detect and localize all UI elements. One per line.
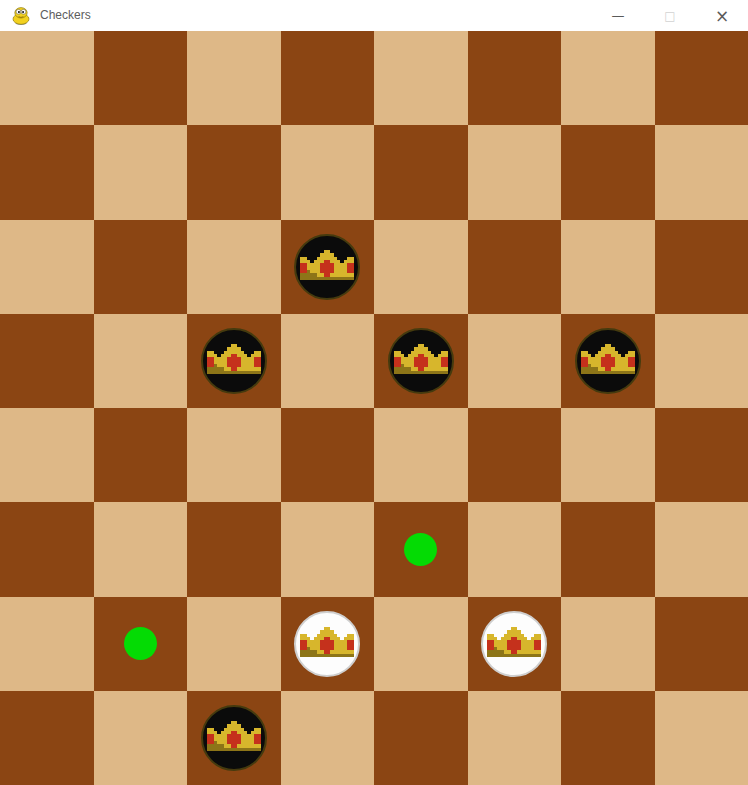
square-r3c2[interactable] <box>187 314 281 408</box>
square-r7c1[interactable] <box>94 691 188 785</box>
maximize-button[interactable]: □ <box>644 0 696 31</box>
minimize-icon: — <box>612 8 625 23</box>
square-r4c3[interactable] <box>281 408 375 502</box>
square-r3c4[interactable] <box>374 314 468 408</box>
square-r5c4[interactable] <box>374 502 468 596</box>
square-r1c6[interactable] <box>561 125 655 219</box>
square-r0c1[interactable] <box>94 31 188 125</box>
square-r7c7[interactable] <box>655 691 748 785</box>
square-r0c3[interactable] <box>281 31 375 125</box>
close-icon: × <box>715 6 729 26</box>
square-r2c2[interactable] <box>187 220 281 314</box>
square-r3c0[interactable] <box>0 314 94 408</box>
window-controls: — □ × <box>592 0 748 31</box>
square-r7c3[interactable] <box>281 691 375 785</box>
square-r6c4[interactable] <box>374 597 468 691</box>
king-crown-icon <box>300 250 354 280</box>
square-r6c2[interactable] <box>187 597 281 691</box>
square-r4c6[interactable] <box>561 408 655 502</box>
move-hint-dot[interactable] <box>124 627 157 660</box>
square-r4c0[interactable] <box>0 408 94 502</box>
title-bar: Checkers — □ × <box>0 0 748 31</box>
square-r1c3[interactable] <box>281 125 375 219</box>
square-r4c5[interactable] <box>468 408 562 502</box>
square-r3c1[interactable] <box>94 314 188 408</box>
black-king-piece[interactable] <box>294 234 360 300</box>
square-r2c5[interactable] <box>468 220 562 314</box>
close-button[interactable]: × <box>696 0 748 31</box>
square-r7c4[interactable] <box>374 691 468 785</box>
square-r6c7[interactable] <box>655 597 748 691</box>
king-crown-icon <box>581 344 635 374</box>
square-r6c3[interactable] <box>281 597 375 691</box>
white-king-piece[interactable] <box>481 611 547 677</box>
square-r5c5[interactable] <box>468 502 562 596</box>
square-r2c6[interactable] <box>561 220 655 314</box>
square-r5c6[interactable] <box>561 502 655 596</box>
king-crown-icon <box>207 344 261 374</box>
checkers-board <box>0 31 748 785</box>
square-r2c1[interactable] <box>94 220 188 314</box>
square-r4c7[interactable] <box>655 408 748 502</box>
square-r7c5[interactable] <box>468 691 562 785</box>
white-king-piece[interactable] <box>294 611 360 677</box>
square-r0c7[interactable] <box>655 31 748 125</box>
square-r0c0[interactable] <box>0 31 94 125</box>
square-r5c0[interactable] <box>0 502 94 596</box>
square-r6c1[interactable] <box>94 597 188 691</box>
square-r3c7[interactable] <box>655 314 748 408</box>
window-title: Checkers <box>40 0 91 31</box>
black-king-piece[interactable] <box>388 328 454 394</box>
square-r1c0[interactable] <box>0 125 94 219</box>
square-r5c1[interactable] <box>94 502 188 596</box>
minimize-button[interactable]: — <box>592 0 644 31</box>
square-r5c7[interactable] <box>655 502 748 596</box>
square-r7c0[interactable] <box>0 691 94 785</box>
king-crown-icon <box>300 627 354 657</box>
square-r2c7[interactable] <box>655 220 748 314</box>
square-r2c0[interactable] <box>0 220 94 314</box>
square-r1c4[interactable] <box>374 125 468 219</box>
checkers-app-window: Checkers — □ × <box>0 0 748 785</box>
square-r6c5[interactable] <box>468 597 562 691</box>
square-r1c5[interactable] <box>468 125 562 219</box>
square-r6c6[interactable] <box>561 597 655 691</box>
square-r0c6[interactable] <box>561 31 655 125</box>
black-king-piece[interactable] <box>201 328 267 394</box>
black-king-piece[interactable] <box>575 328 641 394</box>
move-hint-dot[interactable] <box>404 533 437 566</box>
square-r1c2[interactable] <box>187 125 281 219</box>
square-r2c3[interactable] <box>281 220 375 314</box>
square-r5c2[interactable] <box>187 502 281 596</box>
king-crown-icon <box>207 721 261 751</box>
square-r4c1[interactable] <box>94 408 188 502</box>
black-king-piece[interactable] <box>201 705 267 771</box>
square-r1c1[interactable] <box>94 125 188 219</box>
square-r0c4[interactable] <box>374 31 468 125</box>
king-crown-icon <box>394 344 448 374</box>
square-r0c5[interactable] <box>468 31 562 125</box>
square-r7c2[interactable] <box>187 691 281 785</box>
square-r2c4[interactable] <box>374 220 468 314</box>
maximize-icon: □ <box>664 9 675 23</box>
square-r0c2[interactable] <box>187 31 281 125</box>
square-r3c3[interactable] <box>281 314 375 408</box>
pygame-snake-icon <box>11 6 31 26</box>
king-crown-icon <box>487 627 541 657</box>
square-r3c5[interactable] <box>468 314 562 408</box>
square-r7c6[interactable] <box>561 691 655 785</box>
square-r5c3[interactable] <box>281 502 375 596</box>
square-r4c2[interactable] <box>187 408 281 502</box>
square-r1c7[interactable] <box>655 125 748 219</box>
square-r4c4[interactable] <box>374 408 468 502</box>
square-r3c6[interactable] <box>561 314 655 408</box>
square-r6c0[interactable] <box>0 597 94 691</box>
